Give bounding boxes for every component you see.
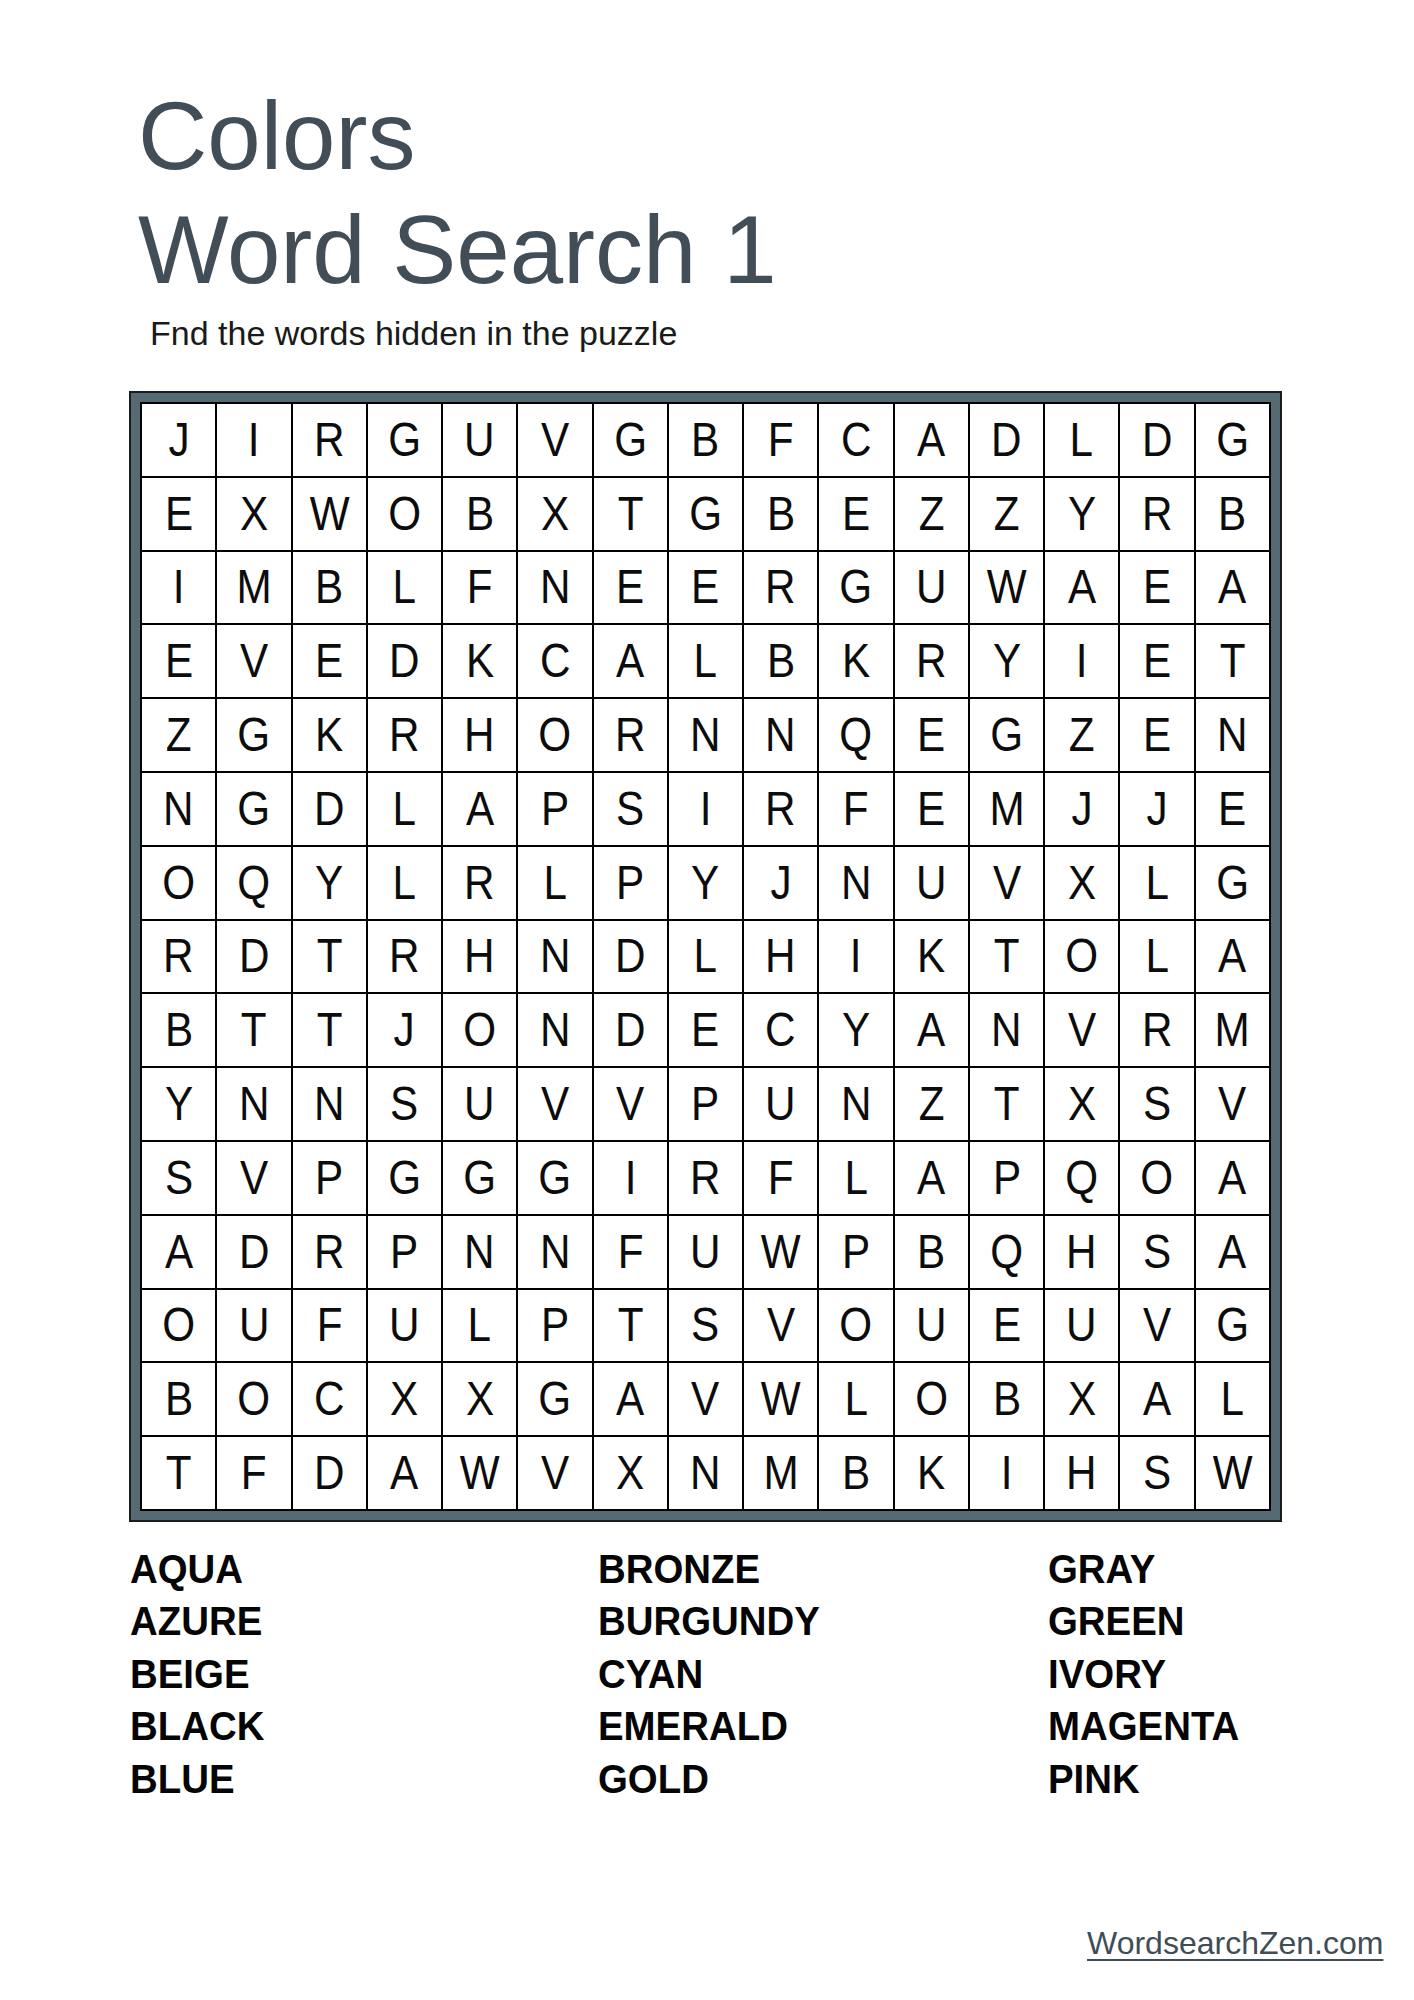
grid-cell-r15c11[interactable]: K: [895, 1437, 968, 1509]
grid-cell-r6c4[interactable]: L: [368, 773, 441, 845]
cell-letter: P: [315, 1154, 343, 1202]
grid-cell-r14c1[interactable]: B: [142, 1363, 215, 1435]
grid-cell-r5c3[interactable]: K: [293, 699, 366, 771]
grid-cell-r1c10[interactable]: C: [819, 404, 892, 476]
cell-letter: E: [1143, 563, 1171, 611]
cell-letter: C: [766, 1006, 797, 1054]
grid-cell-r5c1[interactable]: Z: [142, 699, 215, 771]
cell-letter: E: [1143, 637, 1171, 685]
grid-cell-r15c13[interactable]: H: [1045, 1437, 1118, 1509]
grid-cell-r8c14[interactable]: L: [1120, 921, 1193, 993]
grid-cell-r13c8[interactable]: S: [669, 1290, 742, 1362]
grid-cell-r11c10[interactable]: L: [819, 1142, 892, 1214]
grid-cell-r14c8[interactable]: V: [669, 1363, 742, 1435]
grid-cell-r8c1[interactable]: R: [142, 921, 215, 993]
grid-cell-r6c1[interactable]: N: [142, 773, 215, 845]
grid-cell-r2c7[interactable]: T: [594, 478, 667, 550]
grid-cell-r7c2[interactable]: Q: [217, 847, 290, 919]
grid-cell-r2c13[interactable]: Y: [1045, 478, 1118, 550]
grid-cell-r11c8[interactable]: R: [669, 1142, 742, 1214]
grid-cell-r5c6[interactable]: O: [518, 699, 591, 771]
grid-cell-r12c8[interactable]: U: [669, 1216, 742, 1288]
grid-cell-r13c1[interactable]: O: [142, 1290, 215, 1362]
grid-cell-r13c15[interactable]: G: [1196, 1290, 1269, 1362]
grid-cell-r7c7[interactable]: P: [594, 847, 667, 919]
grid-cell-r8c9[interactable]: H: [744, 921, 817, 993]
grid-cell-r8c10[interactable]: I: [819, 921, 892, 993]
cell-letter: E: [165, 490, 193, 538]
cell-letter: G: [463, 1154, 496, 1202]
grid-cell-r1c5[interactable]: U: [443, 404, 516, 476]
cell-letter: O: [237, 1375, 270, 1423]
grid-cell-r3c15[interactable]: A: [1196, 552, 1269, 624]
grid-cell-r10c2[interactable]: N: [217, 1068, 290, 1140]
cell-letter: L: [393, 859, 416, 907]
grid-cell-r13c2[interactable]: U: [217, 1290, 290, 1362]
grid-cell-r14c11[interactable]: O: [895, 1363, 968, 1435]
grid-cell-r8c2[interactable]: D: [217, 921, 290, 993]
grid-cell-r4c12[interactable]: Y: [970, 625, 1043, 697]
grid-cell-r9c8[interactable]: E: [669, 994, 742, 1066]
grid-cell-r10c9[interactable]: U: [744, 1068, 817, 1140]
cell-letter: O: [1065, 932, 1098, 980]
grid-cell-r10c8[interactable]: P: [669, 1068, 742, 1140]
grid-cell-r8c13[interactable]: O: [1045, 921, 1118, 993]
grid-cell-r9c13[interactable]: V: [1045, 994, 1118, 1066]
cell-letter: G: [237, 785, 270, 833]
cell-letter: V: [616, 1080, 644, 1128]
grid-cell-r15c7[interactable]: X: [594, 1437, 667, 1509]
grid-cell-r4c2[interactable]: V: [217, 625, 290, 697]
grid-cell-r7c14[interactable]: L: [1120, 847, 1193, 919]
grid-cell-r2c12[interactable]: Z: [970, 478, 1043, 550]
grid-cell-r2c4[interactable]: O: [368, 478, 441, 550]
word-item-emerald: EMERALD: [598, 1700, 1030, 1752]
grid-cell-r7c11[interactable]: U: [895, 847, 968, 919]
grid-cell-r2c10[interactable]: E: [819, 478, 892, 550]
grid-cell-r13c14[interactable]: V: [1120, 1290, 1193, 1362]
cell-letter: U: [766, 1080, 797, 1128]
grid-cell-r11c1[interactable]: S: [142, 1142, 215, 1214]
word-item-pink: PINK: [1048, 1753, 1323, 1805]
grid-cell-r8c3[interactable]: T: [293, 921, 366, 993]
grid-cell-r8c15[interactable]: A: [1196, 921, 1269, 993]
grid-cell-r12c9[interactable]: W: [744, 1216, 817, 1288]
grid-cell-r10c1[interactable]: Y: [142, 1068, 215, 1140]
grid-cell-r15c1[interactable]: T: [142, 1437, 215, 1509]
grid-cell-r2c3[interactable]: W: [293, 478, 366, 550]
cell-letter: E: [992, 1301, 1020, 1349]
cell-letter: M: [236, 563, 271, 611]
grid-cell-r9c10[interactable]: Y: [819, 994, 892, 1066]
grid-cell-r3c9[interactable]: R: [744, 552, 817, 624]
grid-cell-r12c7[interactable]: F: [594, 1216, 667, 1288]
grid-cell-r6c15[interactable]: E: [1196, 773, 1269, 845]
grid-cell-r10c3[interactable]: N: [293, 1068, 366, 1140]
cell-letter: N: [1217, 711, 1248, 759]
grid-cell-r3c14[interactable]: E: [1120, 552, 1193, 624]
grid-cell-r5c15[interactable]: N: [1196, 699, 1269, 771]
grid-cell-r3c10[interactable]: G: [819, 552, 892, 624]
grid-cell-r12c4[interactable]: P: [368, 1216, 441, 1288]
grid-cell-r14c12[interactable]: B: [970, 1363, 1043, 1435]
grid-cell-r2c11[interactable]: Z: [895, 478, 968, 550]
grid-cell-r6c12[interactable]: M: [970, 773, 1043, 845]
grid-cell-r7c4[interactable]: L: [368, 847, 441, 919]
cell-letter: I: [624, 1154, 636, 1202]
grid-cell-r15c2[interactable]: F: [217, 1437, 290, 1509]
grid-cell-r14c3[interactable]: C: [293, 1363, 366, 1435]
cell-letter: X: [616, 1449, 644, 1497]
grid-cell-r14c9[interactable]: W: [744, 1363, 817, 1435]
cell-letter: I: [850, 932, 862, 980]
cell-letter: Y: [842, 1006, 870, 1054]
grid-cell-r1c7[interactable]: G: [594, 404, 667, 476]
grid-cell-r13c7[interactable]: T: [594, 1290, 667, 1362]
grid-cell-r4c1[interactable]: E: [142, 625, 215, 697]
grid-cell-r9c5[interactable]: O: [443, 994, 516, 1066]
grid-cell-r1c13[interactable]: L: [1045, 404, 1118, 476]
cell-letter: I: [173, 563, 185, 611]
grid-cell-r10c4[interactable]: S: [368, 1068, 441, 1140]
grid-cell-r1c12[interactable]: D: [970, 404, 1043, 476]
grid-cell-r13c13[interactable]: U: [1045, 1290, 1118, 1362]
grid-cell-r6c10[interactable]: F: [819, 773, 892, 845]
grid-cell-r11c11[interactable]: A: [895, 1142, 968, 1214]
grid-cell-r9c9[interactable]: C: [744, 994, 817, 1066]
grid-cell-r13c4[interactable]: U: [368, 1290, 441, 1362]
cell-letter: H: [464, 711, 495, 759]
cell-letter: G: [388, 416, 421, 464]
cell-letter: E: [616, 563, 644, 611]
grid-cell-r3c12[interactable]: W: [970, 552, 1043, 624]
grid-cell-r2c2[interactable]: X: [217, 478, 290, 550]
cell-letter: O: [915, 1375, 948, 1423]
grid-cell-r1c11[interactable]: A: [895, 404, 968, 476]
grid-cell-r11c12[interactable]: P: [970, 1142, 1043, 1214]
grid-cell-r2c6[interactable]: X: [518, 478, 591, 550]
grid-cell-r2c9[interactable]: B: [744, 478, 817, 550]
grid-cell-r4c3[interactable]: E: [293, 625, 366, 697]
grid-cell-r5c11[interactable]: E: [895, 699, 968, 771]
grid-cell-r14c2[interactable]: O: [217, 1363, 290, 1435]
grid-cell-r9c3[interactable]: T: [293, 994, 366, 1066]
grid-cell-r1c1[interactable]: J: [142, 404, 215, 476]
cell-letter: U: [389, 1301, 420, 1349]
cell-letter: V: [992, 859, 1020, 907]
grid-cell-r1c15[interactable]: G: [1196, 404, 1269, 476]
cell-letter: B: [165, 1006, 193, 1054]
grid-cell-r1c3[interactable]: R: [293, 404, 366, 476]
grid-cell-r14c15[interactable]: L: [1196, 1363, 1269, 1435]
grid-cell-r11c2[interactable]: V: [217, 1142, 290, 1214]
grid-cell-r10c15[interactable]: V: [1196, 1068, 1269, 1140]
cell-letter: N: [163, 785, 194, 833]
grid-cell-r12c13[interactable]: H: [1045, 1216, 1118, 1288]
grid-cell-r5c4[interactable]: R: [368, 699, 441, 771]
grid-cell-r4c4[interactable]: D: [368, 625, 441, 697]
grid-cell-r9c14[interactable]: R: [1120, 994, 1193, 1066]
grid-cell-r7c3[interactable]: Y: [293, 847, 366, 919]
grid-cell-r1c8[interactable]: B: [669, 404, 742, 476]
grid-cell-r4c13[interactable]: I: [1045, 625, 1118, 697]
cell-letter: Y: [1068, 490, 1096, 538]
grid-cell-r6c8[interactable]: I: [669, 773, 742, 845]
cell-letter: N: [690, 1449, 721, 1497]
grid-cell-r4c5[interactable]: K: [443, 625, 516, 697]
cell-letter: V: [541, 416, 569, 464]
grid-cell-r1c2[interactable]: I: [217, 404, 290, 476]
cell-letter: X: [1068, 1375, 1096, 1423]
grid-cell-r5c9[interactable]: N: [744, 699, 817, 771]
grid-cell-r13c5[interactable]: L: [443, 1290, 516, 1362]
grid-cell-r10c5[interactable]: U: [443, 1068, 516, 1140]
grid-cell-r5c2[interactable]: G: [217, 699, 290, 771]
grid-cell-r5c8[interactable]: N: [669, 699, 742, 771]
grid-cell-r3c4[interactable]: L: [368, 552, 441, 624]
grid-cell-r5c10[interactable]: Q: [819, 699, 892, 771]
grid-cell-r5c7[interactable]: R: [594, 699, 667, 771]
grid-cell-r8c6[interactable]: N: [518, 921, 591, 993]
cell-letter: B: [691, 416, 719, 464]
grid-cell-r12c5[interactable]: N: [443, 1216, 516, 1288]
grid-cell-r15c3[interactable]: D: [293, 1437, 366, 1509]
grid-cell-r11c6[interactable]: G: [518, 1142, 591, 1214]
grid-cell-r14c6[interactable]: G: [518, 1363, 591, 1435]
grid-cell-r4c8[interactable]: L: [669, 625, 742, 697]
grid-cell-r12c10[interactable]: P: [819, 1216, 892, 1288]
cell-letter: T: [994, 932, 1020, 980]
cell-letter: L: [393, 785, 416, 833]
grid-cell-r7c8[interactable]: Y: [669, 847, 742, 919]
cell-letter: O: [840, 1301, 873, 1349]
word-list-column-3: GRAYGREENIVORYMAGENTAPINK: [1048, 1543, 1334, 1805]
cell-letter: Q: [840, 711, 873, 759]
cell-letter: E: [917, 785, 945, 833]
grid-cell-r15c14[interactable]: S: [1120, 1437, 1193, 1509]
grid-cell-r9c12[interactable]: N: [970, 994, 1043, 1066]
grid-cell-r11c4[interactable]: G: [368, 1142, 441, 1214]
grid-cell-r13c3[interactable]: F: [293, 1290, 366, 1362]
cell-letter: X: [390, 1375, 418, 1423]
grid-cell-r2c14[interactable]: R: [1120, 478, 1193, 550]
grid-cell-r6c2[interactable]: G: [217, 773, 290, 845]
cell-letter: X: [541, 490, 569, 538]
grid-cell-r13c6[interactable]: P: [518, 1290, 591, 1362]
grid-cell-r3c2[interactable]: M: [217, 552, 290, 624]
cell-letter: P: [691, 1080, 719, 1128]
grid-cell-r10c11[interactable]: Z: [895, 1068, 968, 1140]
grid-cell-r8c12[interactable]: T: [970, 921, 1043, 993]
grid-cell-r6c5[interactable]: A: [443, 773, 516, 845]
cell-letter: H: [464, 932, 495, 980]
grid-cell-r4c7[interactable]: A: [594, 625, 667, 697]
grid-cell-r6c9[interactable]: R: [744, 773, 817, 845]
grid-cell-r6c14[interactable]: J: [1120, 773, 1193, 845]
cell-letter: B: [842, 1449, 870, 1497]
cell-letter: V: [1218, 1080, 1246, 1128]
grid-cell-r7c5[interactable]: R: [443, 847, 516, 919]
grid-cell-r2c1[interactable]: E: [142, 478, 215, 550]
grid-cell-r1c6[interactable]: V: [518, 404, 591, 476]
grid-cell-r3c5[interactable]: F: [443, 552, 516, 624]
grid-cell-r12c3[interactable]: R: [293, 1216, 366, 1288]
grid-cell-r14c5[interactable]: X: [443, 1363, 516, 1435]
word-list-column-1: AQUAAZUREBEIGEBLACKBLUE: [130, 1543, 598, 1805]
grid-cell-r12c1[interactable]: A: [142, 1216, 215, 1288]
grid-cell-r1c4[interactable]: G: [368, 404, 441, 476]
grid-cell-r12c11[interactable]: B: [895, 1216, 968, 1288]
grid-cell-r5c5[interactable]: H: [443, 699, 516, 771]
grid-cell-r14c10[interactable]: L: [819, 1363, 892, 1435]
grid-cell-r3c11[interactable]: U: [895, 552, 968, 624]
cell-letter: B: [466, 490, 494, 538]
grid-cell-r11c5[interactable]: G: [443, 1142, 516, 1214]
grid-cell-r10c12[interactable]: T: [970, 1068, 1043, 1140]
cell-letter: R: [314, 1228, 345, 1276]
grid-cell-r3c6[interactable]: N: [518, 552, 591, 624]
cell-letter: Z: [1069, 711, 1095, 759]
grid-cell-r1c14[interactable]: D: [1120, 404, 1193, 476]
grid-cell-r12c14[interactable]: S: [1120, 1216, 1193, 1288]
grid-cell-r13c10[interactable]: O: [819, 1290, 892, 1362]
cell-letter: K: [315, 711, 343, 759]
grid-cell-r15c12[interactable]: I: [970, 1437, 1043, 1509]
grid-cell-r7c15[interactable]: G: [1196, 847, 1269, 919]
grid-cell-r7c13[interactable]: X: [1045, 847, 1118, 919]
grid-cell-r5c14[interactable]: E: [1120, 699, 1193, 771]
grid-cell-r4c10[interactable]: K: [819, 625, 892, 697]
grid-cell-r7c1[interactable]: O: [142, 847, 215, 919]
word-item-bronze: BRONZE: [598, 1543, 1030, 1595]
grid-cell-r12c12[interactable]: Q: [970, 1216, 1043, 1288]
grid-cell-r2c5[interactable]: B: [443, 478, 516, 550]
grid-cell-r10c14[interactable]: S: [1120, 1068, 1193, 1140]
grid-cell-r11c3[interactable]: P: [293, 1142, 366, 1214]
cell-letter: G: [614, 416, 647, 464]
grid-cell-r8c4[interactable]: R: [368, 921, 441, 993]
cell-letter: X: [240, 490, 268, 538]
cell-letter: U: [916, 563, 947, 611]
grid-cell-r6c3[interactable]: D: [293, 773, 366, 845]
grid-cell-r7c6[interactable]: L: [518, 847, 591, 919]
grid-cell-r4c9[interactable]: B: [744, 625, 817, 697]
cell-letter: E: [691, 1006, 719, 1054]
grid-cell-r8c8[interactable]: L: [669, 921, 742, 993]
grid-cell-r5c13[interactable]: Z: [1045, 699, 1118, 771]
grid-cell-r3c8[interactable]: E: [669, 552, 742, 624]
grid-cell-r13c12[interactable]: E: [970, 1290, 1043, 1362]
grid-cell-r15c15[interactable]: W: [1196, 1437, 1269, 1509]
grid-cell-r14c4[interactable]: X: [368, 1363, 441, 1435]
grid-cell-r10c10[interactable]: N: [819, 1068, 892, 1140]
grid-cell-r7c10[interactable]: N: [819, 847, 892, 919]
grid-cell-r3c3[interactable]: B: [293, 552, 366, 624]
grid-cell-r8c5[interactable]: H: [443, 921, 516, 993]
grid-cell-r9c2[interactable]: T: [217, 994, 290, 1066]
word-item-magenta: MAGENTA: [1048, 1700, 1323, 1752]
grid-cell-r11c13[interactable]: Q: [1045, 1142, 1118, 1214]
grid-cell-r5c12[interactable]: G: [970, 699, 1043, 771]
grid-cell-r9c11[interactable]: A: [895, 994, 968, 1066]
grid-cell-r11c7[interactable]: I: [594, 1142, 667, 1214]
grid-cell-r6c11[interactable]: E: [895, 773, 968, 845]
grid-cell-r2c15[interactable]: B: [1196, 478, 1269, 550]
grid-cell-r6c6[interactable]: P: [518, 773, 591, 845]
grid-cell-r9c6[interactable]: N: [518, 994, 591, 1066]
grid-cell-r11c14[interactable]: O: [1120, 1142, 1193, 1214]
grid-cell-r6c13[interactable]: J: [1045, 773, 1118, 845]
grid-cell-r3c13[interactable]: A: [1045, 552, 1118, 624]
grid-cell-r9c15[interactable]: M: [1196, 994, 1269, 1066]
cell-letter: O: [1141, 1154, 1174, 1202]
grid-cell-r12c15[interactable]: A: [1196, 1216, 1269, 1288]
grid-cell-r3c7[interactable]: E: [594, 552, 667, 624]
grid-cell-r13c11[interactable]: U: [895, 1290, 968, 1362]
cell-letter: F: [316, 1301, 342, 1349]
grid-cell-r15c9[interactable]: M: [744, 1437, 817, 1509]
cell-letter: O: [539, 711, 572, 759]
grid-cell-r10c6[interactable]: V: [518, 1068, 591, 1140]
cell-letter: B: [992, 1375, 1020, 1423]
grid-cell-r9c4[interactable]: J: [368, 994, 441, 1066]
grid-cell-r15c5[interactable]: W: [443, 1437, 516, 1509]
grid-cell-r10c13[interactable]: X: [1045, 1068, 1118, 1140]
grid-cell-r14c7[interactable]: A: [594, 1363, 667, 1435]
grid-cell-r9c7[interactable]: D: [594, 994, 667, 1066]
grid-cell-r13c9[interactable]: V: [744, 1290, 817, 1362]
grid-cell-r12c6[interactable]: N: [518, 1216, 591, 1288]
grid-cell-r3c1[interactable]: I: [142, 552, 215, 624]
cell-letter: P: [541, 1301, 569, 1349]
cell-letter: A: [165, 1228, 193, 1276]
grid-cell-r8c7[interactable]: D: [594, 921, 667, 993]
grid-cell-r1c9[interactable]: F: [744, 404, 817, 476]
grid-cell-r15c10[interactable]: B: [819, 1437, 892, 1509]
grid-cell-r4c11[interactable]: R: [895, 625, 968, 697]
grid-cell-r4c6[interactable]: C: [518, 625, 591, 697]
grid-cell-r7c9[interactable]: J: [744, 847, 817, 919]
grid-cell-r12c2[interactable]: D: [217, 1216, 290, 1288]
grid-cell-r14c13[interactable]: X: [1045, 1363, 1118, 1435]
cell-letter: N: [766, 711, 797, 759]
word-search-page: Colors Word Search 1 Fnd the words hidde…: [0, 0, 1414, 2000]
grid-cell-r11c15[interactable]: A: [1196, 1142, 1269, 1214]
grid-cell-r4c14[interactable]: E: [1120, 625, 1193, 697]
grid-cell-r2c8[interactable]: G: [669, 478, 742, 550]
grid-cell-r10c7[interactable]: V: [594, 1068, 667, 1140]
cell-letter: T: [617, 490, 643, 538]
word-search-grid: JIRGUVGBFCADLDGEXWOBXTGBEZZYRBIMBLFNEERG…: [140, 402, 1271, 1511]
cell-letter: O: [463, 1006, 496, 1054]
grid-cell-r8c11[interactable]: K: [895, 921, 968, 993]
grid-cell-r6c7[interactable]: S: [594, 773, 667, 845]
grid-cell-r7c12[interactable]: V: [970, 847, 1043, 919]
grid-cell-r15c6[interactable]: V: [518, 1437, 591, 1509]
grid-cell-r15c8[interactable]: N: [669, 1437, 742, 1509]
grid-cell-r4c15[interactable]: T: [1196, 625, 1269, 697]
grid-cell-r14c14[interactable]: A: [1120, 1363, 1193, 1435]
cell-letter: B: [315, 563, 343, 611]
cell-letter: N: [239, 1080, 270, 1128]
grid-cell-r9c1[interactable]: B: [142, 994, 215, 1066]
site-link[interactable]: WordsearchZen.com: [1087, 1926, 1383, 1961]
grid-cell-r11c9[interactable]: F: [744, 1142, 817, 1214]
grid-cell-r15c4[interactable]: A: [368, 1437, 441, 1509]
cell-letter: W: [761, 1375, 801, 1423]
cell-letter: Z: [918, 1080, 944, 1128]
cell-letter: F: [241, 1449, 267, 1497]
